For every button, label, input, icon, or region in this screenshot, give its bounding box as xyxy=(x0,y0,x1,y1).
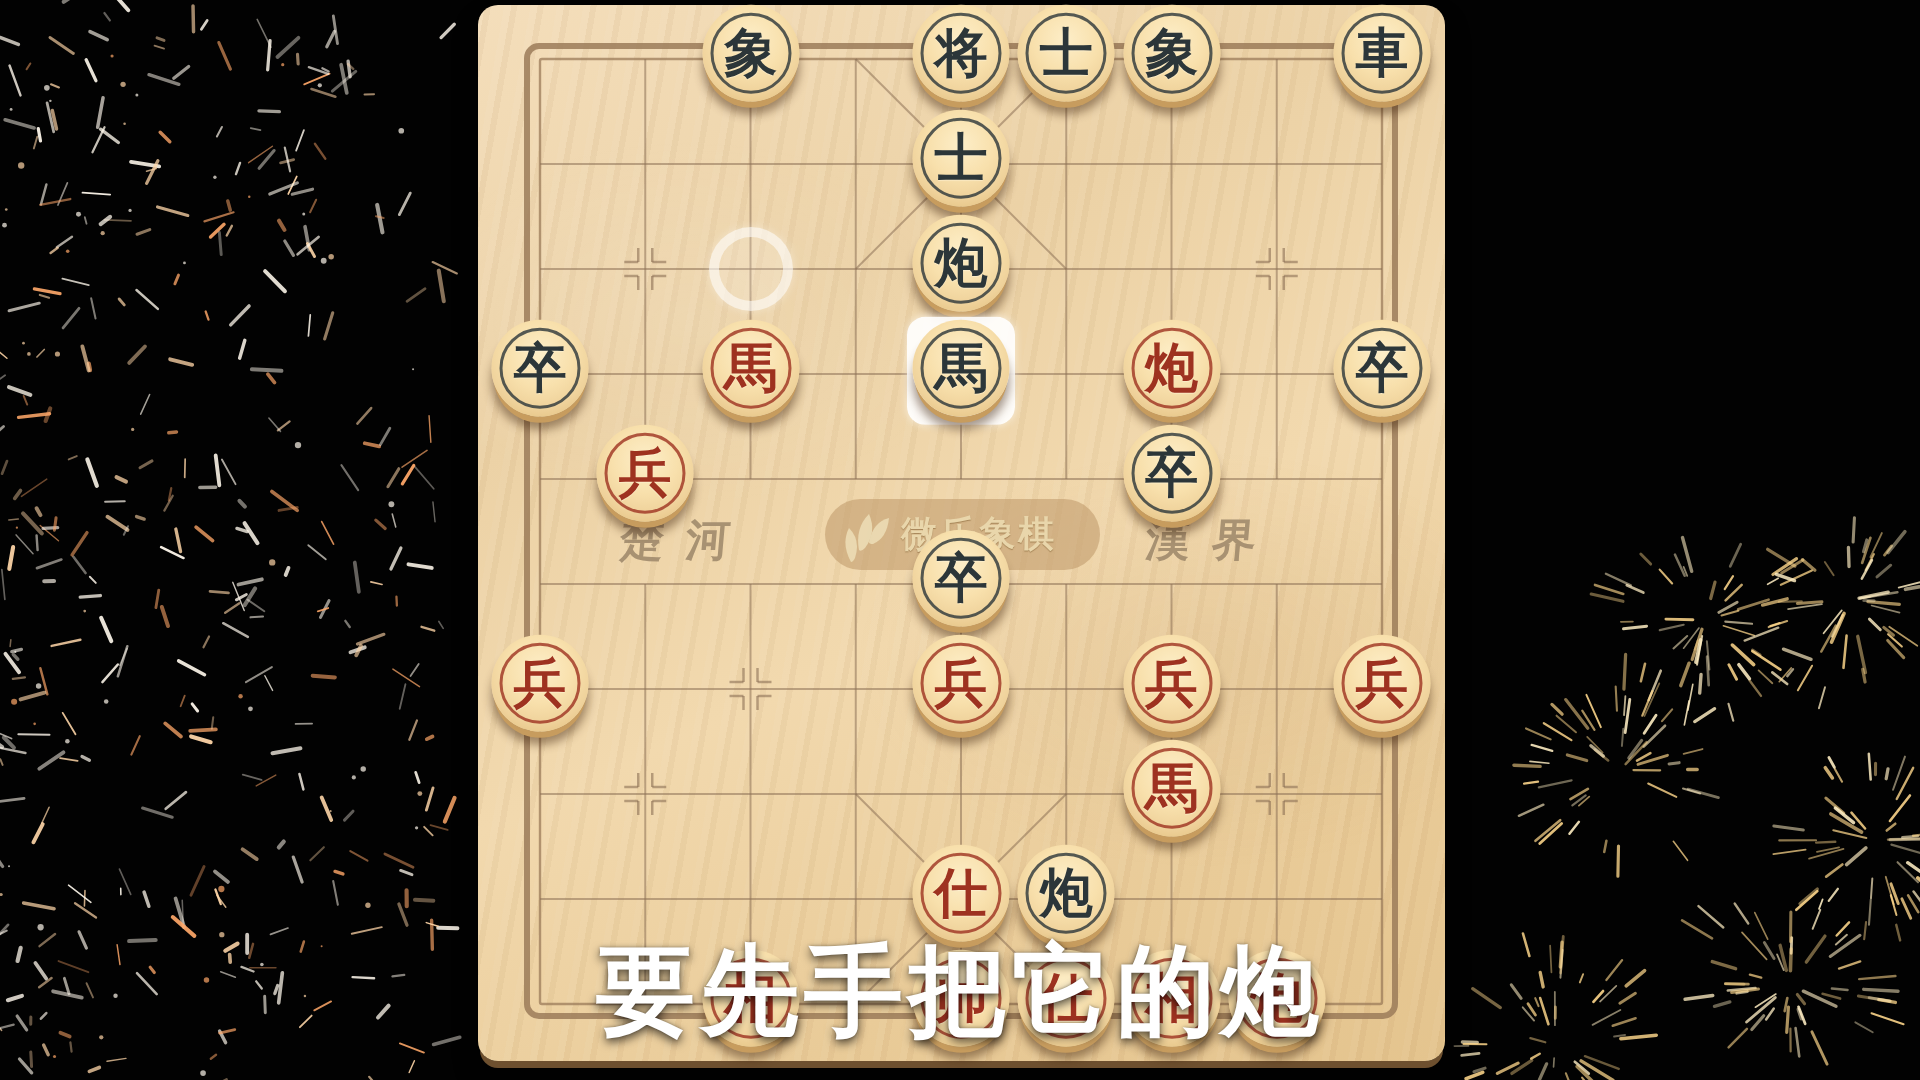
piece-black-f1r4[interactable]: 卒 xyxy=(492,320,589,417)
piece-red-f1r7[interactable]: 兵 xyxy=(492,635,589,732)
piece-black-f9r1[interactable]: 車 xyxy=(1334,5,1431,102)
piece-black-f5r6[interactable]: 卒 xyxy=(913,530,1010,627)
piece-red-f2r5[interactable]: 兵 xyxy=(597,425,694,522)
last-move-origin-marker xyxy=(709,227,793,311)
piece-black-f7r5[interactable]: 卒 xyxy=(1123,425,1220,522)
screen: 楚河 漢界 微乐象棋 象将士象車士炮卒馬馬炮卒兵卒卒兵兵兵兵馬仕炮相帅仕相炮 要… xyxy=(0,0,1920,1080)
piece-red-f7r7[interactable]: 兵 xyxy=(1123,635,1220,732)
piece-black-f5r4[interactable]: 馬 xyxy=(913,320,1010,417)
piece-red-f7r4[interactable]: 炮 xyxy=(1123,320,1220,417)
leaf-icon xyxy=(839,506,893,564)
xiangqi-board[interactable]: 楚河 漢界 微乐象棋 象将士象車士炮卒馬馬炮卒兵卒卒兵兵兵兵馬仕炮相帅仕相炮 xyxy=(478,5,1445,1061)
piece-red-f5r7[interactable]: 兵 xyxy=(913,635,1010,732)
piece-black-f6r1[interactable]: 士 xyxy=(1018,5,1115,102)
piece-black-f7r1[interactable]: 象 xyxy=(1123,5,1220,102)
piece-red-f9r7[interactable]: 兵 xyxy=(1334,635,1431,732)
piece-black-f9r4[interactable]: 卒 xyxy=(1334,320,1431,417)
piece-black-f5r2[interactable]: 士 xyxy=(913,110,1010,207)
piece-black-f5r3[interactable]: 炮 xyxy=(913,215,1010,312)
subtitle-caption: 要先手把它的炮 xyxy=(596,926,1324,1059)
piece-red-f7r8[interactable]: 馬 xyxy=(1123,740,1220,837)
piece-black-f3r1[interactable]: 象 xyxy=(702,5,799,102)
piece-black-f5r1[interactable]: 将 xyxy=(913,5,1010,102)
piece-red-f3r4[interactable]: 馬 xyxy=(702,320,799,417)
